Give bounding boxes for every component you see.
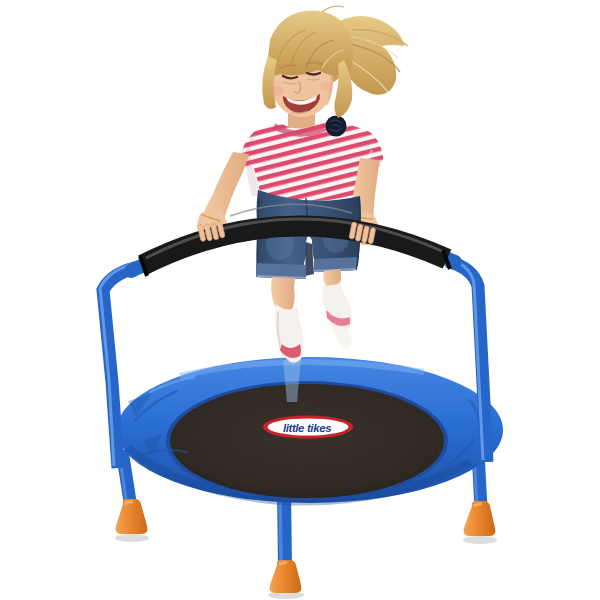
left-foot-shadow (115, 534, 149, 542)
logo-text: little tikes (283, 422, 331, 434)
left-cheek-blush (270, 86, 284, 96)
scene-illustration: little tikes ® (0, 0, 600, 600)
little-tikes-logo: little tikes ® (263, 416, 353, 439)
flower-accent (326, 116, 347, 137)
trampoline-bed: little tikes ® (117, 357, 503, 503)
mat-shading (170, 384, 444, 498)
right-cheek-blush (320, 83, 332, 92)
right-calf (323, 269, 341, 286)
product-photo-stage: little tikes ® (0, 0, 600, 600)
right-foot-shadow (463, 536, 497, 544)
